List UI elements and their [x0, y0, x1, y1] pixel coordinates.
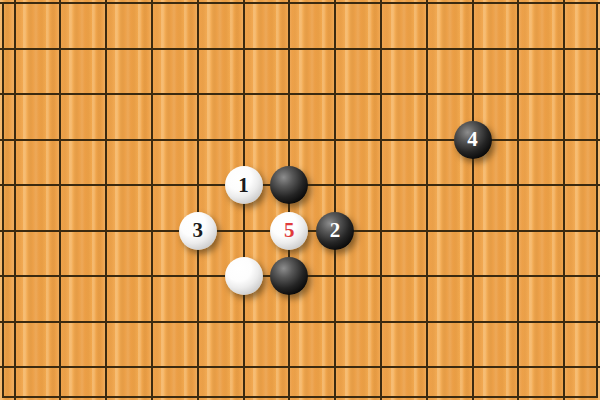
grid-hline — [0, 321, 600, 323]
grid-vline — [14, 0, 16, 400]
grid-vline — [563, 0, 565, 400]
stone-black — [270, 257, 308, 295]
move-number: 5 — [284, 220, 295, 241]
grid-vline — [105, 0, 107, 400]
move-number: 3 — [192, 220, 203, 241]
grid-vline — [197, 0, 199, 400]
grid-hline — [0, 48, 600, 50]
grid-hline — [0, 93, 600, 95]
move-number: 2 — [330, 220, 341, 241]
stone-black-move-2: 2 — [316, 212, 354, 250]
go-board[interactable]: 13524 — [0, 0, 600, 400]
move-number: 1 — [238, 175, 249, 196]
grid-vline — [517, 0, 519, 400]
grid-vline — [59, 0, 61, 400]
grid-hline — [0, 2, 600, 4]
grid-vline — [426, 0, 428, 400]
stone-white-move-5: 5 — [270, 212, 308, 250]
stone-black — [270, 166, 308, 204]
stone-white-move-3: 3 — [179, 212, 217, 250]
grid-vline — [472, 0, 474, 400]
stone-white-move-1: 1 — [225, 166, 263, 204]
grid-hline — [0, 139, 600, 141]
grid-vline — [334, 0, 336, 400]
move-number: 4 — [467, 129, 478, 150]
grid-hline — [0, 366, 600, 368]
grid-vline — [151, 0, 153, 400]
grid-vline — [380, 0, 382, 400]
stone-black-move-4: 4 — [454, 121, 492, 159]
stone-white — [225, 257, 263, 295]
